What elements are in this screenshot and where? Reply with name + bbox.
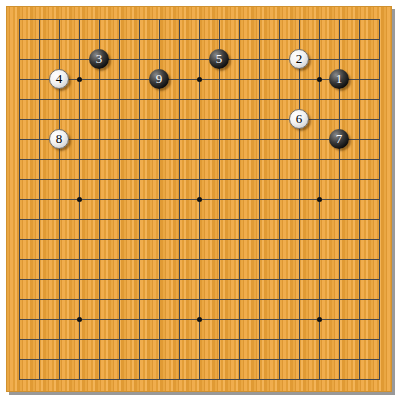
stone-white-C13[interactable]: 8 — [49, 129, 69, 149]
hoshi-point — [77, 317, 82, 322]
move-number: 6 — [296, 110, 303, 128]
hoshi-point — [197, 197, 202, 202]
stone-white-P17[interactable]: 2 — [289, 49, 309, 69]
move-number: 3 — [96, 49, 103, 69]
hoshi-point — [197, 77, 202, 82]
go-board[interactable]: 123456789 — [6, 6, 392, 392]
move-number: 4 — [56, 70, 63, 88]
stone-black-E17[interactable]: 3 — [89, 49, 109, 69]
hoshi-point — [197, 317, 202, 322]
stone-white-C16[interactable]: 4 — [49, 69, 69, 89]
move-number: 2 — [296, 50, 303, 68]
stone-black-H16[interactable]: 9 — [149, 69, 169, 89]
stone-black-R13[interactable]: 7 — [329, 129, 349, 149]
hoshi-point — [77, 197, 82, 202]
move-number: 9 — [156, 69, 163, 89]
stone-white-P14[interactable]: 6 — [289, 109, 309, 129]
hoshi-point — [317, 317, 322, 322]
move-number: 7 — [336, 129, 343, 149]
move-number: 5 — [216, 49, 223, 69]
stone-black-L17[interactable]: 5 — [209, 49, 229, 69]
move-number: 1 — [336, 69, 343, 89]
stone-black-R16[interactable]: 1 — [329, 69, 349, 89]
move-number: 8 — [56, 130, 63, 148]
hoshi-point — [317, 197, 322, 202]
go-diagram-page: 123456789 — [0, 0, 400, 400]
hoshi-point — [317, 77, 322, 82]
hoshi-point — [77, 77, 82, 82]
